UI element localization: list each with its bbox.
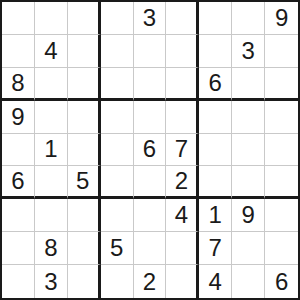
cell-r7c5[interactable] xyxy=(134,199,167,232)
cell-r7c1[interactable] xyxy=(2,199,35,232)
cell-r2c5[interactable] xyxy=(134,35,167,68)
cell-r7c8[interactable]: 9 xyxy=(232,199,265,232)
cell-r5c3[interactable] xyxy=(68,134,101,167)
cell-r9c2[interactable]: 3 xyxy=(35,265,68,298)
cell-r2c1[interactable] xyxy=(2,35,35,68)
cell-r1c7[interactable] xyxy=(199,2,232,35)
cell-r5c7[interactable] xyxy=(199,134,232,167)
cell-r6c8[interactable] xyxy=(232,166,265,199)
cell-r8c2[interactable]: 8 xyxy=(35,232,68,265)
cell-r4c3[interactable] xyxy=(68,101,101,134)
cell-r6c9[interactable] xyxy=(265,166,298,199)
cell-r2c3[interactable] xyxy=(68,35,101,68)
cell-r1c6[interactable] xyxy=(166,2,199,35)
sudoku-board: 39438691676524198573246 xyxy=(0,0,300,300)
cell-r7c9[interactable] xyxy=(265,199,298,232)
cell-r4c7[interactable] xyxy=(199,101,232,134)
cell-r5c2[interactable]: 1 xyxy=(35,134,68,167)
cell-r9c3[interactable] xyxy=(68,265,101,298)
cell-r8c8[interactable] xyxy=(232,232,265,265)
cell-r7c3[interactable] xyxy=(68,199,101,232)
cell-r5c1[interactable] xyxy=(2,134,35,167)
cell-r7c6[interactable]: 4 xyxy=(166,199,199,232)
cell-r1c1[interactable] xyxy=(2,2,35,35)
cell-r9c6[interactable] xyxy=(166,265,199,298)
cell-r8c1[interactable] xyxy=(2,232,35,265)
cell-r1c8[interactable] xyxy=(232,2,265,35)
cell-r9c1[interactable] xyxy=(2,265,35,298)
cell-r1c4[interactable] xyxy=(101,2,134,35)
cell-r4c5[interactable] xyxy=(134,101,167,134)
cell-r1c5[interactable]: 3 xyxy=(134,2,167,35)
cell-r3c6[interactable] xyxy=(166,68,199,101)
cell-r6c7[interactable] xyxy=(199,166,232,199)
cell-r8c5[interactable] xyxy=(134,232,167,265)
cell-r3c2[interactable] xyxy=(35,68,68,101)
cell-r9c4[interactable] xyxy=(101,265,134,298)
cell-r4c2[interactable] xyxy=(35,101,68,134)
cell-r4c6[interactable] xyxy=(166,101,199,134)
cell-r3c9[interactable] xyxy=(265,68,298,101)
cell-r8c6[interactable] xyxy=(166,232,199,265)
cell-r3c1[interactable]: 8 xyxy=(2,68,35,101)
cell-r6c3[interactable]: 5 xyxy=(68,166,101,199)
cell-r6c5[interactable] xyxy=(134,166,167,199)
cell-r3c4[interactable] xyxy=(101,68,134,101)
cell-r8c9[interactable] xyxy=(265,232,298,265)
cell-r8c7[interactable]: 7 xyxy=(199,232,232,265)
cell-r5c6[interactable]: 7 xyxy=(166,134,199,167)
cell-r2c2[interactable]: 4 xyxy=(35,35,68,68)
cell-r5c8[interactable] xyxy=(232,134,265,167)
cell-r9c5[interactable]: 2 xyxy=(134,265,167,298)
cell-r2c4[interactable] xyxy=(101,35,134,68)
cell-r1c3[interactable] xyxy=(68,2,101,35)
cell-r1c2[interactable] xyxy=(35,2,68,35)
cell-r4c8[interactable] xyxy=(232,101,265,134)
cell-r3c8[interactable] xyxy=(232,68,265,101)
cell-r2c8[interactable]: 3 xyxy=(232,35,265,68)
cell-r5c9[interactable] xyxy=(265,134,298,167)
cell-r7c7[interactable]: 1 xyxy=(199,199,232,232)
cell-r3c7[interactable]: 6 xyxy=(199,68,232,101)
cell-r3c3[interactable] xyxy=(68,68,101,101)
cell-r6c1[interactable]: 6 xyxy=(2,166,35,199)
cell-r2c9[interactable] xyxy=(265,35,298,68)
cell-r6c4[interactable] xyxy=(101,166,134,199)
cell-r1c9[interactable]: 9 xyxy=(265,2,298,35)
cell-r4c1[interactable]: 9 xyxy=(2,101,35,134)
cell-r9c8[interactable] xyxy=(232,265,265,298)
cell-r5c5[interactable]: 6 xyxy=(134,134,167,167)
cell-r9c7[interactable]: 4 xyxy=(199,265,232,298)
sudoku-page: 39438691676524198573246 xyxy=(0,0,300,300)
cell-r2c6[interactable] xyxy=(166,35,199,68)
cell-r3c5[interactable] xyxy=(134,68,167,101)
cell-r4c9[interactable] xyxy=(265,101,298,134)
cell-r7c4[interactable] xyxy=(101,199,134,232)
cell-r4c4[interactable] xyxy=(101,101,134,134)
cell-r2c7[interactable] xyxy=(199,35,232,68)
cell-r6c6[interactable]: 2 xyxy=(166,166,199,199)
cell-r6c2[interactable] xyxy=(35,166,68,199)
cell-r8c4[interactable]: 5 xyxy=(101,232,134,265)
cell-r9c9[interactable]: 6 xyxy=(265,265,298,298)
cell-r7c2[interactable] xyxy=(35,199,68,232)
cell-r8c3[interactable] xyxy=(68,232,101,265)
cell-r5c4[interactable] xyxy=(101,134,134,167)
